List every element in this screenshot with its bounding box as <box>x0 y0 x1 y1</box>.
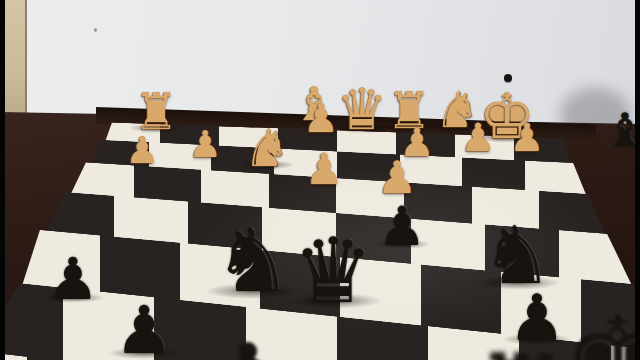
piece-white-pawn-e3: ♟ <box>305 148 344 191</box>
letterbox-bar-right <box>635 0 640 360</box>
piece-black-king-b7: ♚ <box>563 300 640 360</box>
pawn-glyph: ♟ <box>377 155 417 200</box>
piece-black-knight-f6: ♞ <box>214 217 293 305</box>
pawn-glyph: ♟ <box>378 200 426 254</box>
king-glyph: ♚ <box>563 300 640 360</box>
pawn-glyph: ♟ <box>461 118 496 157</box>
queen-glyph: ♛ <box>293 226 374 316</box>
piece-white-pawn-a2: ♟ <box>510 118 545 157</box>
pawn-glyph: ♟ <box>47 250 99 308</box>
wall-mark <box>94 28 97 32</box>
piece-white-knight-f3: ♞ <box>244 122 291 174</box>
piece-white-pawn-h3: ♟ <box>125 132 158 169</box>
piece-white-queen-d1: ♛ <box>336 81 387 138</box>
piece-black-queen-e6: ♛ <box>293 226 374 316</box>
piece-white-pawn-d3: ♟ <box>377 155 417 200</box>
pawn-glyph: ♟ <box>303 98 339 138</box>
piece-white-pawn-e2: ♟ <box>303 98 339 138</box>
piece-black-pawn-f7: ♟ <box>198 329 298 360</box>
pawn-glyph: ♟ <box>198 329 298 360</box>
rook-glyph: ♜ <box>472 339 572 360</box>
photo-frame: ♝♞♜♛♜♟♚♟♟♟♟♟♞♟♟♟♞♞♟♛♟♟♚♟♜♝ <box>0 0 640 360</box>
side-wall-strip <box>4 0 27 122</box>
pawn-glyph: ♟ <box>114 298 173 360</box>
piece-white-pawn-b2: ♟ <box>461 118 496 157</box>
piece-black-pawn-d4: ♟ <box>378 200 426 254</box>
letterbox-bar-left <box>0 0 5 360</box>
white-king-dark-finial <box>504 74 512 82</box>
knight-glyph: ♞ <box>244 122 291 174</box>
piece-black-rook-d8: ♜ <box>472 339 572 360</box>
pawn-glyph: ♟ <box>188 126 221 163</box>
knight-glyph: ♞ <box>214 217 293 305</box>
piece-white-pawn-g2: ♟ <box>188 126 221 163</box>
piece-black-pawn-h5: ♟ <box>47 250 99 308</box>
piece-black-pawn-g6: ♟ <box>114 298 173 360</box>
pawn-glyph: ♟ <box>510 118 545 157</box>
queen-glyph: ♛ <box>336 81 387 138</box>
pawn-glyph: ♟ <box>305 148 344 191</box>
pawn-glyph: ♟ <box>125 132 158 169</box>
